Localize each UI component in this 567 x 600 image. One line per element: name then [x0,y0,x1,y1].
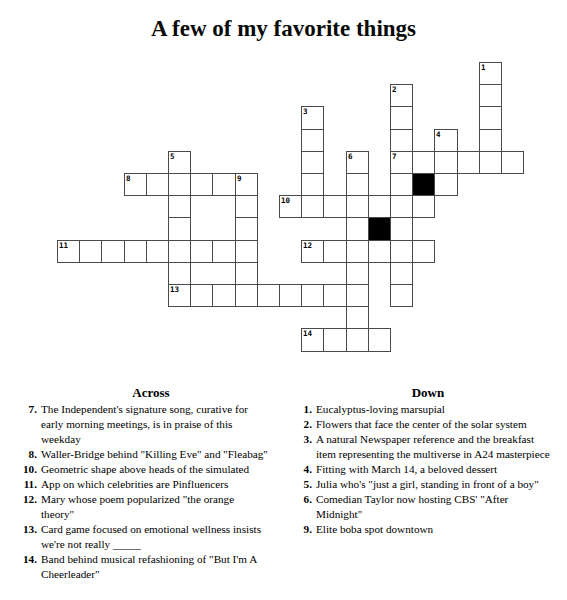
grid-cell[interactable] [346,217,369,241]
grid-cell[interactable] [390,106,413,130]
clue-item-text: Elite boba spot downtown [316,522,433,537]
clue-number: 8 [126,174,131,183]
clue-number: 5 [170,152,175,161]
grid-cell[interactable] [346,328,369,352]
clue-number: 6 [348,152,353,161]
grid-cell[interactable] [279,284,302,307]
grid-cell[interactable] [235,195,258,218]
grid-cell[interactable] [346,240,369,263]
down-clue-list: 1.Eucalyptus-loving marsupial2.Flowers t… [295,402,561,537]
grid-cell[interactable] [301,284,324,307]
clue-item: 8.Waller-Bridge behind "Killing Eve" and… [13,447,289,462]
clue-item-text: A natural Newspaper reference and the br… [316,432,550,462]
grid-cell[interactable] [190,173,213,196]
grid-cell[interactable] [457,151,480,174]
clue-number: 7 [392,152,397,161]
grid-cell[interactable] [301,195,324,218]
clue-item: 4.Fitting with March 14, a beloved desse… [295,462,561,477]
clue-item-text: Eucalyptus-loving marsupial [316,402,445,417]
grid-cell[interactable] [301,173,324,196]
clue-number: 13 [170,285,179,294]
grid-cell[interactable] [301,151,324,174]
clue-item-number: 13. [13,522,37,552]
clue-item-text: Waller-Bridge behind "Killing Eve" and "… [41,447,268,462]
grid-cell[interactable] [168,173,191,196]
clue-item: 7.The Independent's signature song, cura… [13,402,289,447]
grid-cell[interactable] [346,262,369,285]
clue-item-text: Card game focused on emotional wellness … [41,522,261,552]
grid-cell[interactable] [346,173,369,196]
grid-cell[interactable]: 13 [168,284,191,307]
grid-cell[interactable] [190,284,213,307]
clue-item-number: 11. [13,477,37,492]
clue-item-text: Fitting with March 14, a beloved dessert [316,462,497,477]
clue-item-text: Julia who's "just a girl, standing in fr… [316,477,539,492]
across-clue-list: 7.The Independent's signature song, cura… [13,402,289,582]
grid-cell[interactable] [368,240,391,263]
clue-number: 11 [59,241,68,250]
grid-cell[interactable] [346,306,369,329]
clue-item-text: Geometric shape above heads of the simul… [41,462,249,477]
grid-cell[interactable] [323,284,347,307]
clue-item-text: Mary whose poem popularized "the oranget… [41,492,234,522]
clue-item-number: 9. [295,522,312,537]
clue-item-number: 2. [295,417,312,432]
clue-item: 9.Elite boba spot downtown [295,522,561,537]
grid-cell[interactable] [146,173,169,196]
clue-number: 14 [303,329,312,338]
clue-number: 10 [281,196,290,205]
grid-cell[interactable] [168,240,191,263]
puzzle-title: A few of my favorite things [0,16,567,42]
grid-cell[interactable] [212,173,236,196]
grid-cell[interactable] [501,151,524,174]
grid-cell[interactable] [235,284,258,307]
clue-item-number: 3. [295,432,312,462]
grid-cell[interactable] [323,240,347,263]
clue-item-text: Flowers that face the center of the sola… [316,417,527,432]
grid-cell[interactable] [390,129,413,152]
clue-number: 2 [392,85,397,94]
grid-cell[interactable] [390,173,413,196]
grid-cell[interactable] [212,284,236,307]
down-header: Down [295,385,561,400]
clue-item-number: 6. [295,492,312,522]
grid-cell[interactable] [346,284,369,307]
grid-cell[interactable] [412,195,435,218]
grid-cell[interactable]: 12 [301,240,324,263]
grid-cell[interactable]: 2 [390,84,413,107]
grid-cell[interactable] [168,195,191,218]
crossword-grid: 1234567891011121314 [57,62,524,352]
clue-item-number: 5. [295,477,312,492]
clue-number: 4 [436,130,441,139]
clue-number: 3 [303,107,308,116]
grid-cell[interactable]: 11 [57,240,80,263]
grid-cell[interactable] [390,284,413,307]
grid-cell[interactable] [390,262,413,285]
grid-cell[interactable]: 6 [346,151,369,174]
clue-item-text: Comedian Taylor now hosting CBS' "AfterM… [316,492,508,522]
clue-item-number: 7. [13,402,37,447]
grid-cell[interactable]: 3 [301,106,324,130]
clue-item: 10.Geometric shape above heads of the si… [13,462,289,477]
across-header: Across [13,385,289,400]
grid-cell[interactable]: 5 [168,151,191,174]
grid-cell[interactable] [235,240,258,263]
clue-number: 1 [481,63,486,72]
grid-cell[interactable]: 8 [124,173,147,196]
grid-cell[interactable] [146,240,169,263]
grid-cell[interactable] [412,151,435,174]
clue-item-number: 14. [13,552,37,582]
clue-item: 14.Band behind musical refashioning of "… [13,552,289,582]
grid-cell[interactable] [190,240,213,263]
grid-cell[interactable] [301,129,324,152]
clue-item-number: 10. [13,462,37,477]
crossword-page: A few of my favorite things 123456789101… [0,0,567,600]
grid-cell[interactable] [479,84,502,107]
grid-cell[interactable] [212,240,236,263]
grid-cell[interactable] [368,195,391,218]
grid-cell[interactable] [434,173,458,196]
grid-cell[interactable] [479,106,502,130]
grid-cell[interactable] [479,151,502,174]
black-cell [368,217,391,241]
clue-item: 6.Comedian Taylor now hosting CBS' "Afte… [295,492,561,522]
black-cell [412,173,435,196]
grid-cell[interactable] [412,240,435,263]
grid-cell[interactable] [390,195,413,218]
grid-cell[interactable] [390,240,413,263]
grid-cell[interactable] [235,217,258,241]
grid-cell[interactable]: 4 [434,129,458,152]
clue-number: 12 [303,241,312,250]
clue-item: 13.Card game focused on emotional wellne… [13,522,289,552]
grid-cell[interactable]: 10 [279,195,302,218]
grid-cell[interactable]: 1 [479,62,502,85]
clue-item-text: Band behind musical refashioning of "But… [41,552,257,582]
grid-cell[interactable] [101,240,125,263]
grid-cell[interactable] [257,284,280,307]
grid-cell[interactable]: 9 [235,173,258,196]
clue-item: 11.App on which celebrities are Pinfluen… [13,477,289,492]
clue-item-text: App on which celebrities are Pinfluencer… [41,477,228,492]
grid-cell[interactable] [124,240,147,263]
clue-item: 1.Eucalyptus-loving marsupial [295,402,561,417]
clue-item-number: 8. [13,447,37,462]
clue-item: 2.Flowers that face the center of the so… [295,417,561,432]
clue-item: 12.Mary whose poem popularized "the oran… [13,492,289,522]
grid-cell[interactable] [434,151,458,174]
grid-cell[interactable] [390,217,413,241]
grid-cell[interactable] [79,240,102,263]
grid-cell[interactable] [368,328,391,352]
down-clues-section: Down 1.Eucalyptus-loving marsupial2.Flow… [295,385,561,537]
grid-cell[interactable] [235,262,258,285]
clue-item-number: 12. [13,492,37,522]
grid-cell[interactable] [323,328,347,352]
grid-cell[interactable] [168,262,191,285]
clue-item-number: 4. [295,462,312,477]
clue-item: 5.Julia who's "just a girl, standing in … [295,477,561,492]
grid-cell[interactable]: 14 [301,328,324,352]
grid-cell[interactable] [323,195,347,218]
clue-item-number: 1. [295,402,312,417]
clue-item: 3.A natural Newspaper reference and the … [295,432,561,462]
grid-cell[interactable] [479,129,502,152]
grid-cell[interactable]: 7 [390,151,413,174]
clue-number: 9 [237,174,242,183]
grid-cell[interactable] [168,217,191,241]
across-clues-section: Across 7.The Independent's signature son… [13,385,289,582]
clue-item-text: The Independent's signature song, curati… [41,402,248,447]
grid-cell[interactable] [346,195,369,218]
